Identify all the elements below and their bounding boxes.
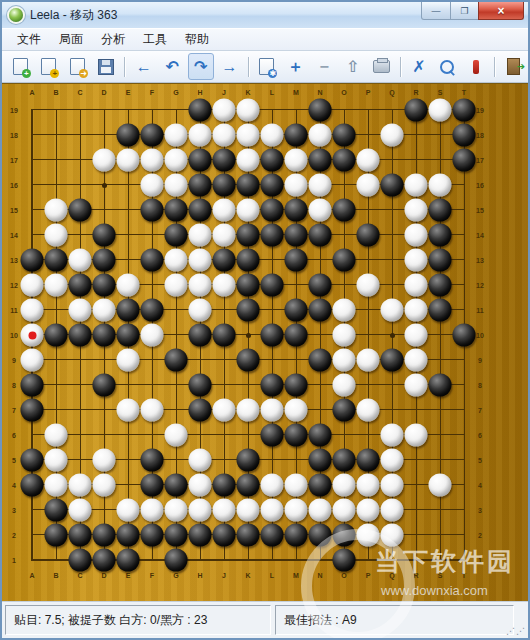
white-stone-R6[interactable] — [405, 424, 428, 447]
coord-col-top-O: O — [341, 89, 346, 96]
white-stone-N16[interactable] — [309, 174, 332, 197]
white-stone-Q5[interactable] — [381, 449, 404, 472]
white-stone-E12[interactable] — [117, 274, 140, 297]
menu-item-1[interactable]: 文件 — [8, 30, 50, 49]
black-stone-K4[interactable] — [237, 474, 260, 497]
coord-col-top-R: R — [413, 89, 418, 96]
coord-col-bottom-Q: Q — [389, 572, 394, 579]
black-stone-G9[interactable] — [165, 349, 188, 372]
black-stone-F11[interactable] — [141, 299, 164, 322]
white-stone-B14[interactable] — [45, 224, 68, 247]
black-stone-D1[interactable] — [93, 549, 116, 572]
black-stone-K2[interactable] — [237, 524, 260, 547]
print-icon — [373, 60, 390, 73]
black-stone-L14[interactable] — [261, 224, 284, 247]
white-stone-F17[interactable] — [141, 149, 164, 172]
last-move-marker — [28, 331, 36, 339]
coord-col-bottom-S: S — [438, 572, 443, 579]
black-stone-C2[interactable] — [69, 524, 92, 547]
coord-col-top-B: B — [53, 89, 58, 96]
black-stone-D2[interactable] — [93, 524, 116, 547]
white-stone-B6[interactable] — [45, 424, 68, 447]
black-stone-M14[interactable] — [285, 224, 308, 247]
white-stone-A12[interactable] — [21, 274, 44, 297]
white-stone-P16[interactable] — [357, 174, 380, 197]
black-stone-M15[interactable] — [285, 199, 308, 222]
settings-doc-button[interactable]: ✱ — [254, 53, 281, 80]
black-stone-S13[interactable] — [429, 249, 452, 272]
coord-col-top-G: G — [173, 89, 178, 96]
black-stone-N12[interactable] — [309, 274, 332, 297]
white-stone-F3[interactable] — [141, 499, 164, 522]
white-stone-O11[interactable] — [333, 299, 356, 322]
black-stone-L15[interactable] — [261, 199, 284, 222]
black-stone-P14[interactable] — [357, 224, 380, 247]
white-stone-S19[interactable] — [429, 99, 452, 122]
white-stone-F7[interactable] — [141, 399, 164, 422]
white-stone-R14[interactable] — [405, 224, 428, 247]
black-stone-L8[interactable] — [261, 374, 284, 397]
black-stone-M6[interactable] — [285, 424, 308, 447]
white-stone-O10[interactable] — [333, 324, 356, 347]
black-stone-F5[interactable] — [141, 449, 164, 472]
black-stone-L12[interactable] — [261, 274, 284, 297]
white-stone-O3[interactable] — [333, 499, 356, 522]
black-stone-H15[interactable] — [189, 199, 212, 222]
white-stone-C13[interactable] — [69, 249, 92, 272]
coord-col-top-J: J — [222, 89, 226, 96]
hoshi-point-D16 — [102, 183, 107, 188]
black-stone-O7[interactable] — [333, 399, 356, 422]
white-stone-M17[interactable] — [285, 149, 308, 172]
black-stone-G2[interactable] — [165, 524, 188, 547]
zoom-in-button[interactable]: ＋ — [282, 53, 309, 80]
black-stone-H17[interactable] — [189, 149, 212, 172]
black-stone-E18[interactable] — [117, 124, 140, 147]
black-stone-O13[interactable] — [333, 249, 356, 272]
white-stone-E9[interactable] — [117, 349, 140, 372]
black-stone-A4[interactable] — [21, 474, 44, 497]
black-stone-S11[interactable] — [429, 299, 452, 322]
white-stone-H12[interactable] — [189, 274, 212, 297]
close-button[interactable]: × — [478, 2, 524, 20]
delete-button[interactable]: ✗ — [406, 53, 433, 80]
white-stone-R11[interactable] — [405, 299, 428, 322]
black-stone-K5[interactable] — [237, 449, 260, 472]
white-stone-R13[interactable] — [405, 249, 428, 272]
delete-icon: ✗ — [412, 59, 425, 75]
white-stone-K19[interactable] — [237, 99, 260, 122]
black-stone-B10[interactable] — [45, 324, 68, 347]
black-stone-A8[interactable] — [21, 374, 44, 397]
white-stone-B4[interactable] — [45, 474, 68, 497]
white-stone-H4[interactable] — [189, 474, 212, 497]
black-stone-B13[interactable] — [45, 249, 68, 272]
black-stone-G14[interactable] — [165, 224, 188, 247]
coord-col-bottom-K: K — [245, 572, 250, 579]
black-stone-M13[interactable] — [285, 249, 308, 272]
coord-row-left-16: 16 — [10, 182, 18, 189]
white-stone-M3[interactable] — [285, 499, 308, 522]
white-stone-P17[interactable] — [357, 149, 380, 172]
white-stone-B5[interactable] — [45, 449, 68, 472]
black-stone-J4[interactable] — [213, 474, 236, 497]
white-stone-O4[interactable] — [333, 474, 356, 497]
white-stone-K15[interactable] — [237, 199, 260, 222]
black-stone-S12[interactable] — [429, 274, 452, 297]
white-stone-Q11[interactable] — [381, 299, 404, 322]
white-stone-P12[interactable] — [357, 274, 380, 297]
coord-row-right-12: 12 — [476, 282, 484, 289]
bookmark-icon — [473, 60, 479, 74]
white-stone-F16[interactable] — [141, 174, 164, 197]
white-stone-H11[interactable] — [189, 299, 212, 322]
black-stone-S14[interactable] — [429, 224, 452, 247]
white-stone-G16[interactable] — [165, 174, 188, 197]
coord-row-right-15: 15 — [476, 207, 484, 214]
status-komi-captures: 贴目: 7.5; 被提子数 白方: 0/黑方 : 23 — [5, 605, 271, 635]
white-stone-A11[interactable] — [21, 299, 44, 322]
black-stone-K16[interactable] — [237, 174, 260, 197]
new-game-button[interactable]: + — [36, 53, 63, 80]
black-stone-B2[interactable] — [45, 524, 68, 547]
coord-row-right-1: 1 — [478, 557, 482, 564]
black-stone-H16[interactable] — [189, 174, 212, 197]
settings-doc-icon: ✱ — [259, 58, 274, 75]
black-stone-M8[interactable] — [285, 374, 308, 397]
black-stone-C12[interactable] — [69, 274, 92, 297]
black-stone-C15[interactable] — [69, 199, 92, 222]
white-stone-J12[interactable] — [213, 274, 236, 297]
black-stone-K13[interactable] — [237, 249, 260, 272]
white-stone-Q6[interactable] — [381, 424, 404, 447]
white-stone-G18[interactable] — [165, 124, 188, 147]
white-stone-R8[interactable] — [405, 374, 428, 397]
coord-col-top-T: T — [462, 89, 466, 96]
black-stone-M11[interactable] — [285, 299, 308, 322]
black-stone-H8[interactable] — [189, 374, 212, 397]
white-stone-A10[interactable] — [21, 324, 44, 347]
white-stone-R16[interactable] — [405, 174, 428, 197]
new-board-button[interactable]: + — [7, 53, 34, 80]
coord-row-right-6: 6 — [478, 432, 482, 439]
white-stone-H5[interactable] — [189, 449, 212, 472]
black-stone-B3[interactable] — [45, 499, 68, 522]
white-stone-J3[interactable] — [213, 499, 236, 522]
white-stone-M16[interactable] — [285, 174, 308, 197]
black-stone-Q16[interactable] — [381, 174, 404, 197]
white-stone-D5[interactable] — [93, 449, 116, 472]
white-stone-J7[interactable] — [213, 399, 236, 422]
open-file-button[interactable]: ➜ — [64, 53, 91, 80]
menu-item-2[interactable]: 局面 — [50, 30, 92, 49]
white-stone-B12[interactable] — [45, 274, 68, 297]
black-stone-J13[interactable] — [213, 249, 236, 272]
black-stone-A13[interactable] — [21, 249, 44, 272]
coord-col-bottom-B: B — [53, 572, 58, 579]
black-stone-N4[interactable] — [309, 474, 332, 497]
black-stone-J2[interactable] — [213, 524, 236, 547]
resize-grip[interactable]: ⋰⋰ — [506, 626, 526, 636]
black-stone-N17[interactable] — [309, 149, 332, 172]
toolbar-separator — [494, 57, 495, 77]
black-stone-L16[interactable] — [261, 174, 284, 197]
white-stone-M4[interactable] — [285, 474, 308, 497]
black-stone-H7[interactable] — [189, 399, 212, 422]
coord-row-right-8: 8 — [478, 382, 482, 389]
black-stone-K11[interactable] — [237, 299, 260, 322]
white-stone-K7[interactable] — [237, 399, 260, 422]
white-stone-Q18[interactable] — [381, 124, 404, 147]
black-stone-F13[interactable] — [141, 249, 164, 272]
goban[interactable]: AABBCCDDEEFFGGHHJJKKLLMMNNOOPPQQRRSSTT19… — [2, 84, 528, 601]
black-stone-F15[interactable] — [141, 199, 164, 222]
white-stone-L4[interactable] — [261, 474, 284, 497]
black-stone-N6[interactable] — [309, 424, 332, 447]
white-stone-A9[interactable] — [21, 349, 44, 372]
white-stone-O8[interactable] — [333, 374, 356, 397]
print-button[interactable] — [368, 53, 395, 80]
coord-col-top-P: P — [366, 89, 371, 96]
white-stone-N15[interactable] — [309, 199, 332, 222]
black-stone-S8[interactable] — [429, 374, 452, 397]
white-stone-N3[interactable] — [309, 499, 332, 522]
black-stone-J16[interactable] — [213, 174, 236, 197]
white-stone-Q3[interactable] — [381, 499, 404, 522]
white-stone-P4[interactable] — [357, 474, 380, 497]
black-stone-M10[interactable] — [285, 324, 308, 347]
black-stone-R19[interactable] — [405, 99, 428, 122]
black-stone-H10[interactable] — [189, 324, 212, 347]
menu-item-4[interactable]: 工具 — [134, 30, 176, 49]
black-stone-H2[interactable] — [189, 524, 212, 547]
black-stone-C10[interactable] — [69, 324, 92, 347]
black-stone-K9[interactable] — [237, 349, 260, 372]
black-stone-G15[interactable] — [165, 199, 188, 222]
analyze-button[interactable] — [434, 53, 461, 80]
black-stone-A7[interactable] — [21, 399, 44, 422]
coord-col-top-D: D — [101, 89, 106, 96]
goban-area: AABBCCDDEEFFGGHHJJKKLLMMNNOOPPQQRRSSTT19… — [2, 83, 528, 601]
coord-col-top-A: A — [29, 89, 34, 96]
coord-row-right-16: 16 — [476, 182, 484, 189]
first-move-button[interactable]: ← — [130, 53, 157, 80]
black-stone-E11[interactable] — [117, 299, 140, 322]
white-stone-K3[interactable] — [237, 499, 260, 522]
black-stone-N9[interactable] — [309, 349, 332, 372]
white-stone-R10[interactable] — [405, 324, 428, 347]
coord-col-top-M: M — [293, 89, 299, 96]
coord-row-left-17: 17 — [10, 157, 18, 164]
black-stone-M18[interactable] — [285, 124, 308, 147]
black-stone-O17[interactable] — [333, 149, 356, 172]
white-stone-E17[interactable] — [117, 149, 140, 172]
white-stone-G6[interactable] — [165, 424, 188, 447]
last-move-button[interactable]: → — [216, 53, 243, 80]
black-stone-L6[interactable] — [261, 424, 284, 447]
black-stone-O18[interactable] — [333, 124, 356, 147]
white-stone-H18[interactable] — [189, 124, 212, 147]
title-bar[interactable]: Leela - 移动 363 — ❐ × — [2, 2, 528, 28]
black-stone-A5[interactable] — [21, 449, 44, 472]
white-stone-F10[interactable] — [141, 324, 164, 347]
black-stone-N5[interactable] — [309, 449, 332, 472]
coord-col-bottom-O: O — [341, 572, 346, 579]
white-stone-D4[interactable] — [93, 474, 116, 497]
black-stone-Q9[interactable] — [381, 349, 404, 372]
black-stone-D12[interactable] — [93, 274, 116, 297]
white-stone-L7[interactable] — [261, 399, 284, 422]
coord-row-left-4: 4 — [12, 482, 16, 489]
black-stone-L17[interactable] — [261, 149, 284, 172]
white-stone-C4[interactable] — [69, 474, 92, 497]
white-stone-S4[interactable] — [429, 474, 452, 497]
hoshi-point-Q10 — [390, 333, 395, 338]
white-stone-R12[interactable] — [405, 274, 428, 297]
menu-item-3[interactable]: 分析 — [92, 30, 134, 49]
black-stone-N19[interactable] — [309, 99, 332, 122]
white-stone-H14[interactable] — [189, 224, 212, 247]
black-stone-G1[interactable] — [165, 549, 188, 572]
white-stone-H13[interactable] — [189, 249, 212, 272]
coord-row-left-3: 3 — [12, 507, 16, 514]
coord-row-left-7: 7 — [12, 407, 16, 414]
white-stone-K17[interactable] — [237, 149, 260, 172]
white-stone-N18[interactable] — [309, 124, 332, 147]
white-stone-G12[interactable] — [165, 274, 188, 297]
redo-move-button[interactable]: ↷ — [188, 53, 215, 80]
white-stone-E3[interactable] — [117, 499, 140, 522]
coord-row-left-10: 10 — [10, 332, 18, 339]
white-stone-B15[interactable] — [45, 199, 68, 222]
black-stone-O15[interactable] — [333, 199, 356, 222]
black-stone-K12[interactable] — [237, 274, 260, 297]
black-stone-G4[interactable] — [165, 474, 188, 497]
black-stone-D13[interactable] — [93, 249, 116, 272]
black-stone-T10[interactable] — [453, 324, 476, 347]
coord-col-bottom-E: E — [126, 572, 131, 579]
white-stone-R15[interactable] — [405, 199, 428, 222]
white-stone-R9[interactable] — [405, 349, 428, 372]
white-stone-J19[interactable] — [213, 99, 236, 122]
black-stone-E1[interactable] — [117, 549, 140, 572]
coord-col-bottom-H: H — [197, 572, 202, 579]
white-stone-Q4[interactable] — [381, 474, 404, 497]
white-stone-J14[interactable] — [213, 224, 236, 247]
white-stone-D17[interactable] — [93, 149, 116, 172]
black-stone-E2[interactable] — [117, 524, 140, 547]
white-stone-G17[interactable] — [165, 149, 188, 172]
black-stone-T17[interactable] — [453, 149, 476, 172]
coord-col-bottom-N: N — [317, 572, 322, 579]
coord-col-bottom-R: R — [413, 572, 418, 579]
black-stone-S15[interactable] — [429, 199, 452, 222]
coord-col-bottom-J: J — [222, 572, 226, 579]
coord-row-right-10: 10 — [476, 332, 484, 339]
black-stone-O1[interactable] — [333, 549, 356, 572]
white-stone-J15[interactable] — [213, 199, 236, 222]
white-stone-P2[interactable] — [357, 524, 380, 547]
coord-col-top-E: E — [126, 89, 131, 96]
white-stone-C3[interactable] — [69, 499, 92, 522]
black-stone-D14[interactable] — [93, 224, 116, 247]
black-stone-F2[interactable] — [141, 524, 164, 547]
black-stone-M2[interactable] — [285, 524, 308, 547]
white-stone-P9[interactable] — [357, 349, 380, 372]
coord-col-top-H: H — [197, 89, 202, 96]
black-stone-J17[interactable] — [213, 149, 236, 172]
white-stone-P7[interactable] — [357, 399, 380, 422]
white-stone-D11[interactable] — [93, 299, 116, 322]
white-stone-S16[interactable] — [429, 174, 452, 197]
menu-item-5[interactable]: 帮助 — [176, 30, 218, 49]
black-stone-N11[interactable] — [309, 299, 332, 322]
white-stone-Q2[interactable] — [381, 524, 404, 547]
black-stone-N14[interactable] — [309, 224, 332, 247]
black-stone-D8[interactable] — [93, 374, 116, 397]
black-stone-P5[interactable] — [357, 449, 380, 472]
black-stone-D10[interactable] — [93, 324, 116, 347]
coord-col-top-K: K — [245, 89, 250, 96]
white-stone-E7[interactable] — [117, 399, 140, 422]
leela-window: Leela - 移动 363 — ❐ × 文件局面分析工具帮助 ++➜←↶↷→✱… — [0, 0, 530, 640]
black-stone-H19[interactable] — [189, 99, 212, 122]
white-stone-P3[interactable] — [357, 499, 380, 522]
undo-move-button[interactable]: ↶ — [159, 53, 186, 80]
black-stone-L2[interactable] — [261, 524, 284, 547]
black-stone-K14[interactable] — [237, 224, 260, 247]
exit-icon — [507, 58, 520, 75]
pass-move-button[interactable]: ⇧ — [339, 53, 366, 80]
black-stone-O5[interactable] — [333, 449, 356, 472]
zoom-out-button[interactable]: − — [311, 53, 338, 80]
white-stone-C11[interactable] — [69, 299, 92, 322]
white-stone-L3[interactable] — [261, 499, 284, 522]
white-stone-L18[interactable] — [261, 124, 284, 147]
white-stone-G3[interactable] — [165, 499, 188, 522]
white-stone-G13[interactable] — [165, 249, 188, 272]
white-stone-H3[interactable] — [189, 499, 212, 522]
white-stone-O9[interactable] — [333, 349, 356, 372]
coord-row-left-8: 8 — [12, 382, 16, 389]
black-stone-F18[interactable] — [141, 124, 164, 147]
black-stone-O2[interactable] — [333, 524, 356, 547]
black-stone-T19[interactable] — [453, 99, 476, 122]
maximize-button[interactable]: ❐ — [451, 2, 478, 20]
black-stone-C1[interactable] — [69, 549, 92, 572]
save-file-button[interactable] — [93, 53, 120, 80]
pass-move-icon: ⇧ — [346, 59, 359, 75]
white-stone-K18[interactable] — [237, 124, 260, 147]
zoom-in-icon: ＋ — [288, 59, 304, 75]
coord-row-left-14: 14 — [10, 232, 18, 239]
white-stone-J18[interactable] — [213, 124, 236, 147]
black-stone-T18[interactable] — [453, 124, 476, 147]
black-stone-F4[interactable] — [141, 474, 164, 497]
black-stone-N2[interactable] — [309, 524, 332, 547]
coord-col-bottom-M: M — [293, 572, 299, 579]
redo-move-icon: ↷ — [194, 59, 207, 75]
black-stone-J10[interactable] — [213, 324, 236, 347]
exit-button[interactable] — [500, 53, 527, 80]
black-stone-E10[interactable] — [117, 324, 140, 347]
coord-row-right-9: 9 — [478, 357, 482, 364]
black-stone-L10[interactable] — [261, 324, 284, 347]
bookmark-button[interactable] — [463, 53, 490, 80]
minimize-button[interactable]: — — [421, 2, 451, 20]
coord-row-left-15: 15 — [10, 207, 18, 214]
white-stone-M7[interactable] — [285, 399, 308, 422]
